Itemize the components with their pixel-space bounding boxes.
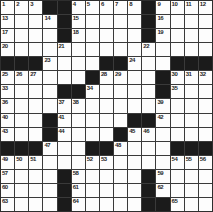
cell-14-12[interactable]: 62	[156, 184, 169, 197]
cell-12-4[interactable]	[43, 156, 56, 169]
cell-11-10[interactable]	[128, 142, 141, 155]
cell-4-6[interactable]	[72, 43, 85, 56]
cell-3-10[interactable]	[128, 29, 141, 42]
black-cell-15-5	[58, 198, 71, 211]
clue-number-39: 39	[157, 99, 163, 106]
cell-4-5[interactable]: 21	[58, 43, 71, 56]
cell-3-6[interactable]: 18	[72, 29, 85, 42]
cell-9-6[interactable]	[72, 114, 85, 127]
cell-8-6[interactable]: 38	[72, 99, 85, 112]
cell-11-11[interactable]	[142, 142, 155, 155]
cell-3-9[interactable]	[114, 29, 127, 42]
cell-12-14[interactable]: 55	[185, 156, 198, 169]
black-cell-10-9	[114, 128, 127, 141]
cell-14-14[interactable]	[185, 184, 198, 197]
cell-6-9[interactable]: 29	[114, 71, 127, 84]
cell-6-11[interactable]	[142, 71, 155, 84]
cell-2-15[interactable]	[199, 15, 212, 28]
cell-5-6[interactable]	[72, 57, 85, 70]
black-cell-9-11	[142, 114, 155, 127]
cell-8-3[interactable]	[29, 99, 42, 112]
cell-4-14[interactable]	[185, 43, 198, 56]
clue-number-57: 57	[2, 170, 8, 177]
clue-number-2: 2	[16, 1, 19, 8]
black-cell-15-12	[156, 198, 169, 211]
black-cell-14-5	[58, 184, 71, 197]
cell-13-9[interactable]	[114, 170, 127, 183]
black-cell-13-5	[58, 170, 71, 183]
cell-12-9[interactable]	[114, 156, 127, 169]
black-cell-5-15	[199, 57, 212, 70]
cell-14-7[interactable]	[86, 184, 99, 197]
cell-7-2[interactable]	[15, 85, 28, 98]
cell-7-9[interactable]	[114, 85, 127, 98]
black-cell-2-11	[142, 15, 155, 28]
cell-1-12[interactable]: 9	[156, 1, 169, 14]
clue-number-60: 60	[2, 184, 8, 191]
cell-12-8[interactable]: 53	[100, 156, 113, 169]
black-cell-5-9	[114, 57, 127, 70]
clue-number-53: 53	[101, 156, 107, 163]
clue-number-46: 46	[143, 128, 149, 135]
clue-number-63: 63	[2, 198, 8, 205]
cell-3-3[interactable]	[29, 29, 42, 42]
cell-2-10[interactable]	[128, 15, 141, 28]
cell-8-2[interactable]	[15, 99, 28, 112]
clue-number-47: 47	[44, 142, 50, 149]
cell-8-5[interactable]: 37	[58, 99, 71, 112]
cell-7-7[interactable]: 34	[86, 85, 99, 98]
cell-7-11[interactable]	[142, 85, 155, 98]
cell-1-13[interactable]: 10	[171, 1, 184, 14]
clue-number-26: 26	[16, 71, 22, 78]
cell-15-4[interactable]	[43, 198, 56, 211]
cell-14-3[interactable]	[29, 184, 42, 197]
clue-number-32: 32	[200, 71, 206, 78]
black-cell-1-4	[43, 1, 56, 14]
cell-3-4[interactable]	[43, 29, 56, 42]
cell-14-9[interactable]	[114, 184, 127, 197]
clue-number-6: 6	[101, 1, 104, 8]
cell-2-14[interactable]	[185, 15, 198, 28]
cell-8-8[interactable]	[100, 99, 113, 112]
clue-number-5: 5	[87, 1, 90, 8]
cell-8-12[interactable]: 39	[156, 99, 169, 112]
cell-1-3[interactable]: 3	[29, 1, 42, 14]
cell-3-1[interactable]: 17	[1, 29, 14, 42]
clue-number-15: 15	[73, 15, 79, 22]
cell-6-3[interactable]: 27	[29, 71, 42, 84]
cell-13-13[interactable]	[171, 170, 184, 183]
black-cell-5-1	[1, 57, 14, 70]
black-cell-1-5	[58, 1, 71, 14]
black-cell-11-7	[86, 142, 99, 155]
cell-9-1[interactable]: 40	[1, 114, 14, 127]
cell-14-10[interactable]	[128, 184, 141, 197]
black-cell-5-8	[100, 57, 113, 70]
black-cell-14-11	[142, 184, 155, 197]
cell-2-1[interactable]: 13	[1, 15, 14, 28]
cell-15-14[interactable]	[185, 198, 198, 211]
cell-14-4[interactable]	[43, 184, 56, 197]
clue-number-30: 30	[172, 71, 178, 78]
cell-10-1[interactable]: 43	[1, 128, 14, 141]
cell-14-15[interactable]	[199, 184, 212, 197]
clue-number-31: 31	[186, 71, 192, 78]
cell-10-13[interactable]	[171, 128, 184, 141]
clue-number-12: 12	[200, 1, 206, 8]
cell-5-11[interactable]	[142, 57, 155, 70]
clue-number-51: 51	[30, 156, 36, 163]
clue-number-9: 9	[157, 1, 160, 8]
cell-4-7[interactable]	[86, 43, 99, 56]
cell-1-9[interactable]: 7	[114, 1, 127, 14]
cell-14-13[interactable]	[171, 184, 184, 197]
cell-7-8[interactable]	[100, 85, 113, 98]
clue-number-59: 59	[157, 170, 163, 177]
cell-4-4[interactable]	[43, 43, 56, 56]
cell-5-7[interactable]	[86, 57, 99, 70]
cell-2-9[interactable]	[114, 15, 127, 28]
cell-15-2[interactable]	[15, 198, 28, 211]
cell-10-3[interactable]	[29, 128, 42, 141]
cell-9-7[interactable]	[86, 114, 99, 127]
cell-6-6[interactable]	[72, 71, 85, 84]
cell-7-13[interactable]: 35	[171, 85, 184, 98]
cell-1-6[interactable]: 4	[72, 1, 85, 14]
black-cell-7-12	[156, 85, 169, 98]
clue-number-8: 8	[129, 1, 132, 8]
cell-8-9[interactable]	[114, 99, 127, 112]
clue-number-18: 18	[73, 29, 79, 36]
cell-6-8[interactable]: 28	[100, 71, 113, 84]
cell-15-15[interactable]	[199, 198, 212, 211]
cell-9-3[interactable]	[29, 114, 42, 127]
cell-2-3[interactable]	[29, 15, 42, 28]
cell-6-13[interactable]: 30	[171, 71, 184, 84]
black-cell-7-5	[58, 85, 71, 98]
black-cell-5-2	[15, 57, 28, 70]
cell-3-2[interactable]	[15, 29, 28, 42]
cell-15-13[interactable]: 65	[171, 198, 184, 211]
cell-11-5[interactable]	[58, 142, 71, 155]
cell-13-1[interactable]: 57	[1, 170, 14, 183]
black-cell-1-11	[142, 1, 155, 14]
cell-3-7[interactable]	[86, 29, 99, 42]
cell-6-14[interactable]: 31	[185, 71, 198, 84]
cell-12-15[interactable]: 56	[199, 156, 212, 169]
clue-number-58: 58	[73, 170, 79, 177]
cell-2-4[interactable]: 14	[43, 15, 56, 28]
cell-10-5[interactable]: 44	[58, 128, 71, 141]
clue-number-1: 1	[2, 1, 5, 8]
clue-number-38: 38	[73, 99, 79, 106]
cell-4-2[interactable]	[15, 43, 28, 56]
cell-1-14[interactable]: 11	[185, 1, 198, 14]
cell-8-15[interactable]	[199, 99, 212, 112]
cell-7-1[interactable]: 33	[1, 85, 14, 98]
cell-9-12[interactable]: 42	[156, 114, 169, 127]
black-cell-11-1	[1, 142, 14, 155]
cell-4-15[interactable]	[199, 43, 212, 56]
cell-2-12[interactable]: 16	[156, 15, 169, 28]
cell-14-8[interactable]	[100, 184, 113, 197]
clue-number-41: 41	[59, 114, 65, 121]
clue-number-56: 56	[200, 156, 206, 163]
cell-8-1[interactable]: 36	[1, 99, 14, 112]
black-cell-6-12	[156, 71, 169, 84]
cell-4-1[interactable]: 20	[1, 43, 14, 56]
cell-3-14[interactable]	[185, 29, 198, 42]
black-cell-11-8	[100, 142, 113, 155]
cell-8-10[interactable]	[128, 99, 141, 112]
cell-4-13[interactable]	[171, 43, 184, 56]
cell-9-9[interactable]	[114, 114, 127, 127]
cell-12-6[interactable]	[72, 156, 85, 169]
clue-number-45: 45	[129, 128, 135, 135]
cell-10-12[interactable]	[156, 128, 169, 141]
cell-1-10[interactable]: 8	[128, 1, 141, 14]
cell-10-14[interactable]	[185, 128, 198, 141]
clue-number-33: 33	[2, 85, 8, 92]
black-cell-11-14	[185, 142, 198, 155]
black-cell-11-2	[15, 142, 28, 155]
clue-number-52: 52	[87, 156, 93, 163]
cell-2-6[interactable]: 15	[72, 15, 85, 28]
cell-12-2[interactable]: 50	[15, 156, 28, 169]
black-cell-9-4	[43, 114, 56, 127]
cell-5-10[interactable]: 24	[128, 57, 141, 70]
cell-13-14[interactable]	[185, 170, 198, 183]
clue-number-17: 17	[2, 29, 8, 36]
cell-13-15[interactable]	[199, 170, 212, 183]
cell-4-11[interactable]: 22	[142, 43, 155, 56]
cell-12-12[interactable]	[156, 156, 169, 169]
cell-11-6[interactable]	[72, 142, 85, 155]
clue-number-25: 25	[2, 71, 8, 78]
clue-number-16: 16	[157, 15, 163, 22]
cell-7-3[interactable]	[29, 85, 42, 98]
clue-number-23: 23	[44, 57, 50, 64]
clue-number-34: 34	[87, 85, 93, 92]
clue-number-28: 28	[101, 71, 107, 78]
clue-number-13: 13	[2, 15, 8, 22]
cell-2-7[interactable]	[86, 15, 99, 28]
clue-number-40: 40	[2, 114, 8, 121]
cell-3-8[interactable]	[100, 29, 113, 42]
cell-11-12[interactable]	[156, 142, 169, 155]
cell-13-7[interactable]	[86, 170, 99, 183]
cell-7-4[interactable]	[43, 85, 56, 98]
cell-5-12[interactable]	[156, 57, 169, 70]
cell-6-10[interactable]	[128, 71, 141, 84]
cell-5-4[interactable]: 23	[43, 57, 56, 70]
clue-number-42: 42	[157, 114, 163, 121]
clue-number-43: 43	[2, 128, 8, 135]
clue-number-3: 3	[30, 1, 33, 8]
cell-15-6[interactable]: 64	[72, 198, 85, 211]
cell-9-2[interactable]	[15, 114, 28, 127]
cell-13-10[interactable]	[128, 170, 141, 183]
clue-number-4: 4	[73, 1, 76, 8]
cell-15-8[interactable]	[100, 198, 113, 211]
cell-10-11[interactable]: 46	[142, 128, 155, 141]
cell-4-8[interactable]	[100, 43, 113, 56]
cell-4-9[interactable]	[114, 43, 127, 56]
clue-number-65: 65	[172, 198, 178, 205]
black-cell-2-5	[58, 15, 71, 28]
cell-9-8[interactable]	[100, 114, 113, 127]
cell-2-13[interactable]	[171, 15, 184, 28]
clue-number-20: 20	[2, 43, 8, 50]
cell-5-5[interactable]	[58, 57, 71, 70]
cell-3-15[interactable]	[199, 29, 212, 42]
clue-number-24: 24	[129, 57, 135, 64]
clue-number-36: 36	[2, 99, 8, 106]
cell-9-5[interactable]: 41	[58, 114, 71, 127]
clue-number-7: 7	[115, 1, 118, 8]
clue-number-44: 44	[59, 128, 65, 135]
cell-12-13[interactable]: 54	[171, 156, 184, 169]
cell-6-15[interactable]: 32	[199, 71, 212, 84]
cell-13-2[interactable]	[15, 170, 28, 183]
cell-10-15[interactable]	[199, 128, 212, 141]
cell-11-9[interactable]: 48	[114, 142, 127, 155]
cell-15-1[interactable]: 63	[1, 198, 14, 211]
cell-6-2[interactable]: 26	[15, 71, 28, 84]
cell-7-14[interactable]	[185, 85, 198, 98]
cell-4-12[interactable]	[156, 43, 169, 56]
clue-number-54: 54	[172, 156, 178, 163]
cell-13-3[interactable]	[29, 170, 42, 183]
cell-10-10[interactable]: 45	[128, 128, 141, 141]
cell-13-12[interactable]: 59	[156, 170, 169, 183]
black-cell-11-13	[171, 142, 184, 155]
cell-14-2[interactable]	[15, 184, 28, 197]
black-cell-6-7	[86, 71, 99, 84]
cell-3-12[interactable]: 19	[156, 29, 169, 42]
clue-number-50: 50	[16, 156, 22, 163]
cell-4-3[interactable]	[29, 43, 42, 56]
black-cell-3-5	[58, 29, 71, 42]
clue-number-55: 55	[186, 156, 192, 163]
clue-number-10: 10	[172, 1, 178, 8]
cell-1-15[interactable]: 12	[199, 1, 212, 14]
cell-12-7[interactable]: 52	[86, 156, 99, 169]
cell-8-4[interactable]	[43, 99, 56, 112]
cell-12-3[interactable]: 51	[29, 156, 42, 169]
black-cell-11-3	[29, 142, 42, 155]
clue-number-64: 64	[73, 198, 79, 205]
cell-10-2[interactable]	[15, 128, 28, 141]
cell-15-10[interactable]	[128, 198, 141, 211]
cell-7-10[interactable]	[128, 85, 141, 98]
cell-8-14[interactable]	[185, 99, 198, 112]
clue-number-48: 48	[115, 142, 121, 149]
cell-12-10[interactable]	[128, 156, 141, 169]
clue-number-62: 62	[157, 184, 163, 191]
cell-1-1[interactable]: 1	[1, 1, 14, 14]
cell-1-8[interactable]: 6	[100, 1, 113, 14]
cell-13-4[interactable]	[43, 170, 56, 183]
cell-15-9[interactable]	[114, 198, 127, 211]
cell-6-1[interactable]: 25	[1, 71, 14, 84]
cell-9-15[interactable]	[199, 114, 212, 127]
clue-number-14: 14	[44, 15, 50, 22]
clue-number-37: 37	[59, 99, 65, 106]
black-cell-15-11	[142, 198, 155, 211]
cell-9-14[interactable]	[185, 114, 198, 127]
cell-8-13[interactable]	[171, 99, 184, 112]
crossword-board: 1234567891011121314151617181920212223242…	[0, 0, 213, 212]
black-cell-5-14	[185, 57, 198, 70]
clue-number-21: 21	[59, 43, 65, 50]
crossword-puzzle: 1234567891011121314151617181920212223242…	[0, 0, 213, 212]
cell-3-13[interactable]	[171, 29, 184, 42]
cell-7-15[interactable]	[199, 85, 212, 98]
cell-12-5[interactable]	[58, 156, 71, 169]
black-cell-10-4	[43, 128, 56, 141]
cell-1-7[interactable]: 5	[86, 1, 99, 14]
cell-6-5[interactable]	[58, 71, 71, 84]
cell-8-11[interactable]	[142, 99, 155, 112]
cell-8-7[interactable]	[86, 99, 99, 112]
cell-14-1[interactable]: 60	[1, 184, 14, 197]
black-cell-9-10	[128, 114, 141, 127]
clue-number-11: 11	[186, 1, 191, 8]
cell-9-13[interactable]	[171, 114, 184, 127]
black-cell-7-6	[72, 85, 85, 98]
black-cell-5-13	[171, 57, 184, 70]
clue-number-35: 35	[172, 85, 178, 92]
cell-11-4[interactable]: 47	[43, 142, 56, 155]
cell-13-8[interactable]	[100, 170, 113, 183]
cell-6-4[interactable]	[43, 71, 56, 84]
black-cell-11-15	[199, 142, 212, 155]
cell-10-7[interactable]	[86, 128, 99, 141]
cell-14-6[interactable]: 61	[72, 184, 85, 197]
clue-number-27: 27	[30, 71, 36, 78]
cell-12-11[interactable]	[142, 156, 155, 169]
cell-10-8[interactable]	[100, 128, 113, 141]
clue-number-29: 29	[115, 71, 121, 78]
clue-number-49: 49	[2, 156, 8, 163]
cell-10-6[interactable]	[72, 128, 85, 141]
black-cell-3-11	[142, 29, 155, 42]
cell-13-6[interactable]: 58	[72, 170, 85, 183]
black-cell-13-11	[142, 170, 155, 183]
cell-4-10[interactable]	[128, 43, 141, 56]
cell-2-2[interactable]	[15, 15, 28, 28]
cell-12-1[interactable]: 49	[1, 156, 14, 169]
cell-1-2[interactable]: 2	[15, 1, 28, 14]
clue-number-19: 19	[157, 29, 163, 36]
clue-number-61: 61	[73, 184, 79, 191]
cell-2-8[interactable]	[100, 15, 113, 28]
clue-number-22: 22	[143, 43, 149, 50]
cell-15-7[interactable]	[86, 198, 99, 211]
black-cell-5-3	[29, 57, 42, 70]
cell-15-3[interactable]	[29, 198, 42, 211]
